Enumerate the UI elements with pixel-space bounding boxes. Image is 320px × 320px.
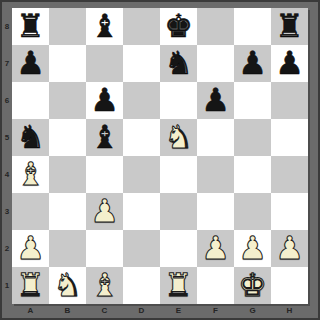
square-b8[interactable] (49, 8, 86, 45)
square-d6[interactable] (123, 82, 160, 119)
piece-black-pawn[interactable]: ♟ (90, 82, 119, 119)
square-b5[interactable] (49, 119, 86, 156)
square-h1[interactable] (271, 267, 308, 304)
square-f5[interactable] (197, 119, 234, 156)
square-b1[interactable]: ♞ (49, 267, 86, 304)
square-a7[interactable]: ♟ (12, 45, 49, 82)
square-c4[interactable] (86, 156, 123, 193)
rank-label-4: 4 (2, 156, 12, 193)
square-c6[interactable]: ♟ (86, 82, 123, 119)
square-g2[interactable]: ♟ (234, 230, 271, 267)
chess-board: ♜♝♚♜♟♞♟♟♟♟♞♝♞♝♟♟♟♟♟♜♞♝♜♚ (12, 8, 308, 304)
square-e6[interactable] (160, 82, 197, 119)
square-f4[interactable] (197, 156, 234, 193)
file-label-e: E (160, 304, 197, 318)
square-a8[interactable]: ♜ (12, 8, 49, 45)
square-f1[interactable] (197, 267, 234, 304)
piece-black-bishop[interactable]: ♝ (90, 119, 119, 156)
square-h8[interactable]: ♜ (271, 8, 308, 45)
square-b7[interactable] (49, 45, 86, 82)
square-b6[interactable] (49, 82, 86, 119)
rank-label-3: 3 (2, 193, 12, 230)
piece-black-pawn[interactable]: ♟ (16, 45, 45, 82)
square-f7[interactable] (197, 45, 234, 82)
file-label-f: F (197, 304, 234, 318)
file-label-g: G (234, 304, 271, 318)
square-a1[interactable]: ♜ (12, 267, 49, 304)
square-a5[interactable]: ♞ (12, 119, 49, 156)
piece-black-pawn[interactable]: ♟ (201, 82, 230, 119)
piece-white-rook[interactable]: ♜ (16, 267, 45, 304)
piece-black-pawn[interactable]: ♟ (238, 45, 267, 82)
square-f3[interactable] (197, 193, 234, 230)
square-g6[interactable] (234, 82, 271, 119)
piece-white-pawn[interactable]: ♟ (90, 193, 119, 230)
file-label-a: A (12, 304, 49, 318)
piece-white-pawn[interactable]: ♟ (275, 230, 304, 267)
rank-label-2: 2 (2, 230, 12, 267)
square-c8[interactable]: ♝ (86, 8, 123, 45)
square-c2[interactable] (86, 230, 123, 267)
rank-label-6: 6 (2, 82, 12, 119)
piece-black-pawn[interactable]: ♟ (275, 45, 304, 82)
square-c5[interactable]: ♝ (86, 119, 123, 156)
square-b4[interactable] (49, 156, 86, 193)
chess-board-frame: ♜♝♚♜♟♞♟♟♟♟♞♝♞♝♟♟♟♟♟♜♞♝♜♚ 87654321ABCDEFG… (0, 0, 320, 320)
square-e2[interactable] (160, 230, 197, 267)
file-label-d: D (123, 304, 160, 318)
square-b2[interactable] (49, 230, 86, 267)
piece-black-king[interactable]: ♚ (164, 8, 193, 45)
square-c1[interactable]: ♝ (86, 267, 123, 304)
square-f2[interactable]: ♟ (197, 230, 234, 267)
square-d5[interactable] (123, 119, 160, 156)
square-e5[interactable]: ♞ (160, 119, 197, 156)
rank-label-5: 5 (2, 119, 12, 156)
piece-black-rook[interactable]: ♜ (16, 8, 45, 45)
square-c7[interactable] (86, 45, 123, 82)
square-h2[interactable]: ♟ (271, 230, 308, 267)
square-f6[interactable]: ♟ (197, 82, 234, 119)
file-label-b: B (49, 304, 86, 318)
file-label-c: C (86, 304, 123, 318)
rank-label-1: 1 (2, 267, 12, 304)
square-h4[interactable] (271, 156, 308, 193)
square-h5[interactable] (271, 119, 308, 156)
square-d2[interactable] (123, 230, 160, 267)
square-e8[interactable]: ♚ (160, 8, 197, 45)
rank-label-8: 8 (2, 8, 12, 45)
square-h3[interactable] (271, 193, 308, 230)
square-e1[interactable]: ♜ (160, 267, 197, 304)
square-d3[interactable] (123, 193, 160, 230)
square-c3[interactable]: ♟ (86, 193, 123, 230)
square-a6[interactable] (12, 82, 49, 119)
square-e7[interactable]: ♞ (160, 45, 197, 82)
square-g4[interactable] (234, 156, 271, 193)
piece-white-bishop[interactable]: ♝ (90, 267, 119, 304)
piece-black-rook[interactable]: ♜ (275, 8, 304, 45)
square-a2[interactable]: ♟ (12, 230, 49, 267)
piece-white-king[interactable]: ♚ (238, 267, 267, 304)
piece-white-pawn[interactable]: ♟ (238, 230, 267, 267)
square-g3[interactable] (234, 193, 271, 230)
square-g5[interactable] (234, 119, 271, 156)
piece-black-bishop[interactable]: ♝ (90, 8, 119, 45)
square-h6[interactable] (271, 82, 308, 119)
square-b3[interactable] (49, 193, 86, 230)
square-e4[interactable] (160, 156, 197, 193)
square-d7[interactable] (123, 45, 160, 82)
piece-black-knight[interactable]: ♞ (164, 45, 193, 82)
piece-white-knight[interactable]: ♞ (164, 119, 193, 156)
piece-white-bishop[interactable]: ♝ (16, 156, 45, 193)
square-g1[interactable]: ♚ (234, 267, 271, 304)
square-h7[interactable]: ♟ (271, 45, 308, 82)
piece-white-pawn[interactable]: ♟ (201, 230, 230, 267)
square-g7[interactable]: ♟ (234, 45, 271, 82)
square-g8[interactable] (234, 8, 271, 45)
square-d8[interactable] (123, 8, 160, 45)
piece-white-rook[interactable]: ♜ (164, 267, 193, 304)
piece-white-knight[interactable]: ♞ (53, 267, 82, 304)
square-d4[interactable] (123, 156, 160, 193)
piece-white-pawn[interactable]: ♟ (16, 230, 45, 267)
square-a4[interactable]: ♝ (12, 156, 49, 193)
file-label-h: H (271, 304, 308, 318)
rank-label-7: 7 (2, 45, 12, 82)
square-f8[interactable] (197, 8, 234, 45)
square-d1[interactable] (123, 267, 160, 304)
square-e3[interactable] (160, 193, 197, 230)
square-a3[interactable] (12, 193, 49, 230)
piece-black-knight[interactable]: ♞ (16, 119, 45, 156)
